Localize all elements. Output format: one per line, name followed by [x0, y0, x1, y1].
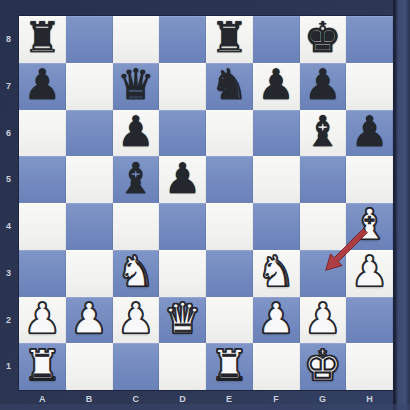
- square-e6[interactable]: [206, 110, 253, 157]
- square-d4[interactable]: [159, 203, 206, 250]
- white-bishop: ♝: [346, 202, 393, 249]
- square-c3[interactable]: ♞: [113, 250, 160, 297]
- chess-board: ♜♜♚♟♛♞♟♟♟♝♟♝♟♝♞♞♟♟♟♟♛♟♟♜♜♚: [19, 16, 393, 390]
- black-knight: ♞: [206, 62, 253, 109]
- white-rook: ♜: [206, 342, 253, 389]
- square-e2[interactable]: [206, 297, 253, 344]
- white-rook: ♜: [19, 342, 66, 389]
- square-b8[interactable]: [66, 16, 113, 63]
- rank-label-2: 2: [0, 297, 17, 344]
- file-label-a: A: [19, 394, 66, 404]
- square-e7[interactable]: ♞: [206, 63, 253, 110]
- square-c5[interactable]: ♝: [113, 156, 160, 203]
- square-d7[interactable]: [159, 63, 206, 110]
- square-a1[interactable]: ♜: [19, 343, 66, 390]
- square-g2[interactable]: ♟: [300, 297, 347, 344]
- square-f6[interactable]: [253, 110, 300, 157]
- square-b2[interactable]: ♟: [66, 297, 113, 344]
- square-h2[interactable]: [346, 297, 393, 344]
- square-e8[interactable]: ♜: [206, 16, 253, 63]
- square-a7[interactable]: ♟: [19, 63, 66, 110]
- white-pawn: ♟: [113, 296, 160, 343]
- black-pawn: ♟: [300, 62, 347, 109]
- square-a8[interactable]: ♜: [19, 16, 66, 63]
- square-a2[interactable]: ♟: [19, 297, 66, 344]
- square-a5[interactable]: [19, 156, 66, 203]
- black-bishop: ♝: [300, 109, 347, 156]
- square-b5[interactable]: [66, 156, 113, 203]
- file-label-g: G: [300, 394, 347, 404]
- square-b1[interactable]: [66, 343, 113, 390]
- white-pawn: ♟: [253, 296, 300, 343]
- square-c4[interactable]: [113, 203, 160, 250]
- file-label-h: H: [346, 394, 393, 404]
- square-f1[interactable]: [253, 343, 300, 390]
- rank-label-7: 7: [0, 63, 17, 110]
- square-f2[interactable]: ♟: [253, 297, 300, 344]
- square-c8[interactable]: [113, 16, 160, 63]
- white-pawn: ♟: [346, 249, 393, 296]
- square-d5[interactable]: ♟: [159, 156, 206, 203]
- square-d1[interactable]: [159, 343, 206, 390]
- square-g1[interactable]: ♚: [300, 343, 347, 390]
- black-pawn: ♟: [253, 62, 300, 109]
- square-f8[interactable]: [253, 16, 300, 63]
- rank-label-4: 4: [0, 203, 17, 250]
- square-g5[interactable]: [300, 156, 347, 203]
- square-g3[interactable]: [300, 250, 347, 297]
- square-h5[interactable]: [346, 156, 393, 203]
- square-f7[interactable]: ♟: [253, 63, 300, 110]
- square-c7[interactable]: ♛: [113, 63, 160, 110]
- square-a4[interactable]: [19, 203, 66, 250]
- square-h3[interactable]: ♟: [346, 250, 393, 297]
- white-pawn: ♟: [300, 296, 347, 343]
- board-frame: ♜♜♚♟♛♞♟♟♟♝♟♝♟♝♞♞♟♟♟♟♛♟♟♜♜♚ 87654321 ABCD…: [0, 0, 410, 410]
- black-king: ♚: [300, 15, 347, 62]
- black-pawn: ♟: [19, 62, 66, 109]
- black-queen: ♛: [113, 62, 160, 109]
- black-bishop: ♝: [113, 155, 160, 202]
- frame-right-edge: [393, 0, 410, 410]
- square-f3[interactable]: ♞: [253, 250, 300, 297]
- square-e1[interactable]: ♜: [206, 343, 253, 390]
- square-e5[interactable]: [206, 156, 253, 203]
- file-label-d: D: [159, 394, 206, 404]
- white-knight: ♞: [253, 249, 300, 296]
- square-f5[interactable]: [253, 156, 300, 203]
- file-labels: ABCDEFGH: [0, 391, 410, 407]
- white-king: ♚: [300, 342, 347, 389]
- black-rook: ♜: [206, 15, 253, 62]
- square-g6[interactable]: ♝: [300, 110, 347, 157]
- white-knight: ♞: [113, 249, 160, 296]
- square-h8[interactable]: [346, 16, 393, 63]
- square-d3[interactable]: [159, 250, 206, 297]
- square-b3[interactable]: [66, 250, 113, 297]
- square-f4[interactable]: [253, 203, 300, 250]
- rank-label-5: 5: [0, 156, 17, 203]
- rank-label-1: 1: [0, 343, 17, 390]
- file-label-b: B: [66, 394, 113, 404]
- rank-label-6: 6: [0, 110, 17, 157]
- square-c6[interactable]: ♟: [113, 110, 160, 157]
- file-label-f: F: [253, 394, 300, 404]
- black-pawn: ♟: [113, 109, 160, 156]
- black-rook: ♜: [19, 15, 66, 62]
- square-b7[interactable]: [66, 63, 113, 110]
- white-pawn: ♟: [66, 296, 113, 343]
- file-label-c: C: [113, 394, 160, 404]
- square-h4[interactable]: ♝: [346, 203, 393, 250]
- square-a6[interactable]: [19, 110, 66, 157]
- rank-label-8: 8: [0, 16, 17, 63]
- square-g8[interactable]: ♚: [300, 16, 347, 63]
- square-h6[interactable]: ♟: [346, 110, 393, 157]
- file-label-e: E: [206, 394, 253, 404]
- square-g4[interactable]: [300, 203, 347, 250]
- square-d6[interactable]: [159, 110, 206, 157]
- square-g7[interactable]: ♟: [300, 63, 347, 110]
- square-e4[interactable]: [206, 203, 253, 250]
- rank-label-3: 3: [0, 250, 17, 297]
- white-pawn: ♟: [19, 296, 66, 343]
- square-d8[interactable]: [159, 16, 206, 63]
- square-a3[interactable]: [19, 250, 66, 297]
- square-d2[interactable]: ♛: [159, 297, 206, 344]
- black-pawn: ♟: [346, 109, 393, 156]
- white-queen: ♛: [159, 296, 206, 343]
- square-e3[interactable]: [206, 250, 253, 297]
- square-c2[interactable]: ♟: [113, 297, 160, 344]
- square-b4[interactable]: [66, 203, 113, 250]
- square-h1[interactable]: [346, 343, 393, 390]
- black-pawn: ♟: [159, 155, 206, 202]
- square-c1[interactable]: [113, 343, 160, 390]
- square-h7[interactable]: [346, 63, 393, 110]
- rank-labels: 87654321: [0, 0, 19, 410]
- square-b6[interactable]: [66, 110, 113, 157]
